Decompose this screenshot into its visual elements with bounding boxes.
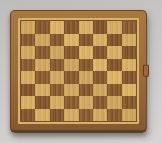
square-g4[interactable] [107,71,121,84]
square-c8[interactable] [50,21,64,34]
square-g3[interactable] [107,84,121,97]
square-g5[interactable] [107,59,121,72]
square-a4[interactable] [21,71,35,84]
square-d5[interactable] [64,59,78,72]
square-e8[interactable] [79,21,93,34]
square-e4[interactable] [79,71,93,84]
square-d8[interactable] [64,21,78,34]
square-e5[interactable] [79,59,93,72]
square-g2[interactable] [107,96,121,109]
square-b2[interactable] [35,96,49,109]
square-c6[interactable] [50,46,64,59]
square-d4[interactable] [64,71,78,84]
square-b4[interactable] [35,71,49,84]
square-c7[interactable] [50,34,64,47]
square-f4[interactable] [93,71,107,84]
square-h8[interactable] [122,21,136,34]
square-f7[interactable] [93,34,107,47]
square-a6[interactable] [21,46,35,59]
square-f5[interactable] [93,59,107,72]
square-h2[interactable] [122,96,136,109]
square-c2[interactable] [50,96,64,109]
square-d1[interactable] [64,109,78,122]
square-f3[interactable] [93,84,107,97]
chess-box [10,10,147,133]
square-h1[interactable] [122,109,136,122]
square-h6[interactable] [122,46,136,59]
square-a7[interactable] [21,34,35,47]
square-e1[interactable] [79,109,93,122]
square-b8[interactable] [35,21,49,34]
square-e7[interactable] [79,34,93,47]
square-d3[interactable] [64,84,78,97]
square-f6[interactable] [93,46,107,59]
square-f8[interactable] [93,21,107,34]
square-d2[interactable] [64,96,78,109]
square-c3[interactable] [50,84,64,97]
board-frame-inlay [18,18,139,124]
square-h3[interactable] [122,84,136,97]
photo-background [0,0,162,143]
square-g8[interactable] [107,21,121,34]
square-a2[interactable] [21,96,35,109]
square-g7[interactable] [107,34,121,47]
square-b3[interactable] [35,84,49,97]
square-c4[interactable] [50,71,64,84]
square-g6[interactable] [107,46,121,59]
square-c1[interactable] [50,109,64,122]
square-g1[interactable] [107,109,121,122]
square-b1[interactable] [35,109,49,122]
square-a1[interactable] [21,109,35,122]
square-f1[interactable] [93,109,107,122]
square-b7[interactable] [35,34,49,47]
square-c5[interactable] [50,59,64,72]
square-b5[interactable] [35,59,49,72]
square-e6[interactable] [79,46,93,59]
box-latch [143,64,149,76]
square-f2[interactable] [93,96,107,109]
chessboard-grid [21,21,136,121]
square-h7[interactable] [122,34,136,47]
square-h4[interactable] [122,71,136,84]
square-a8[interactable] [21,21,35,34]
square-a5[interactable] [21,59,35,72]
square-e2[interactable] [79,96,93,109]
square-d7[interactable] [64,34,78,47]
square-a3[interactable] [21,84,35,97]
square-h5[interactable] [122,59,136,72]
square-d6[interactable] [64,46,78,59]
square-b6[interactable] [35,46,49,59]
square-e3[interactable] [79,84,93,97]
